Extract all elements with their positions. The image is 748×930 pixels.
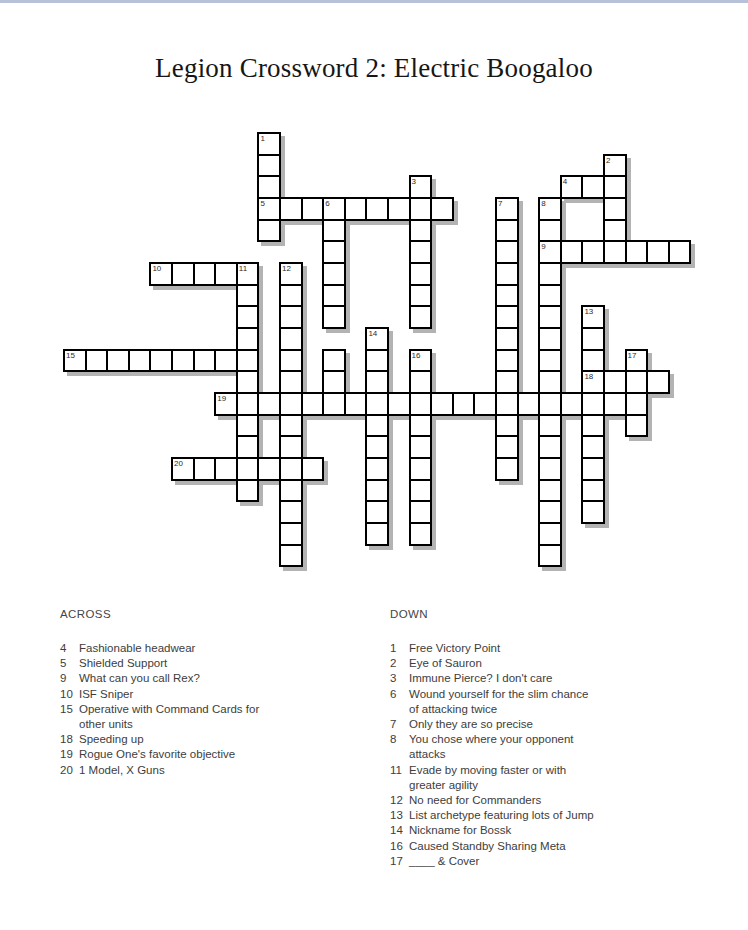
grid-cell-r6-c6[interactable] <box>193 262 217 286</box>
clue-item-down-12: 12No need for Commanders <box>390 793 700 808</box>
grid-cell-r12-c8[interactable] <box>236 392 260 416</box>
clue-item-down-11: 11Evade by moving faster or with greater… <box>390 763 700 793</box>
clue-number: 13 <box>390 808 409 823</box>
grid-cell-r9-c20[interactable] <box>495 327 519 351</box>
grid-cell-r15-c8[interactable] <box>236 457 260 481</box>
grid-cell-r11-c10[interactable] <box>279 370 303 394</box>
grid-cell-r12-c14[interactable] <box>365 392 389 416</box>
clue-number: 16 <box>390 839 409 854</box>
grid-cell-r11-c20[interactable] <box>495 370 519 394</box>
grid-cell-r10-c6[interactable] <box>193 349 217 373</box>
grid-cell-r12-c9[interactable] <box>257 392 281 416</box>
grid-cell-r4-c16[interactable] <box>409 219 433 243</box>
clue-number: 17 <box>390 854 409 869</box>
grid-cell-r15-c16[interactable] <box>409 457 433 481</box>
grid-cell-r12-c10[interactable] <box>279 392 303 416</box>
grid-cell-r19-c22[interactable] <box>538 544 562 568</box>
grid-cell-r17-c24[interactable] <box>581 500 605 524</box>
grid-cell-r14-c20[interactable] <box>495 435 519 459</box>
clue-number: 20 <box>60 763 79 778</box>
cell-number-7: 7 <box>498 199 502 208</box>
down-clues-section: DOWN 1Free Victory Point2Eye of Sauron3I… <box>390 608 700 869</box>
grid-cell-r16-c8[interactable] <box>236 479 260 503</box>
clue-text: Wound yourself for the slim chance of at… <box>409 687 700 717</box>
grid-cell-r13-c20[interactable] <box>495 414 519 438</box>
clue-number: 5 <box>60 656 79 671</box>
cell-number-2: 2 <box>606 156 610 165</box>
clue-item-across-20: 201 Model, X Guns <box>60 763 370 778</box>
grid-cell-r3-c9[interactable]: 5 <box>257 197 281 221</box>
grid-cell-r2-c9[interactable] <box>257 175 281 199</box>
grid-cell-r6-c5[interactable] <box>171 262 195 286</box>
grid-cell-r12-c18[interactable] <box>452 392 476 416</box>
clue-number: 4 <box>60 641 79 656</box>
grid-cell-r15-c6[interactable] <box>193 457 217 481</box>
grid-cell-r11-c12[interactable] <box>322 370 346 394</box>
grid-cell-r10-c7[interactable] <box>214 349 238 373</box>
grid-cell-r11-c27[interactable] <box>646 370 670 394</box>
grid-cell-r9-c14[interactable]: 14 <box>365 327 389 351</box>
clue-item-down-2: 2Eye of Sauron <box>390 656 700 671</box>
grid-cell-r1-c9[interactable] <box>257 154 281 178</box>
clue-text: Shielded Support <box>79 656 370 671</box>
clue-number: 10 <box>60 687 79 702</box>
page-top-border <box>0 0 748 3</box>
grid-cell-r16-c16[interactable] <box>409 479 433 503</box>
grid-cell-r12-c16[interactable] <box>409 392 433 416</box>
clue-number: 3 <box>390 671 409 686</box>
grid-cell-r3-c22[interactable]: 8 <box>538 197 562 221</box>
grid-cell-r15-c9[interactable] <box>257 457 281 481</box>
grid-cell-r6-c4[interactable]: 10 <box>149 262 173 286</box>
clue-number: 15 <box>60 702 79 732</box>
grid-cell-r3-c15[interactable] <box>387 197 411 221</box>
clue-item-down-17: 17____ & Cover <box>390 854 700 869</box>
grid-cell-r8-c10[interactable] <box>279 305 303 329</box>
grid-cell-r7-c10[interactable] <box>279 284 303 308</box>
grid-cell-r9-c8[interactable] <box>236 327 260 351</box>
clue-text: Speeding up <box>79 732 370 747</box>
grid-cell-r11-c16[interactable] <box>409 370 433 394</box>
clue-text: Caused Standby Sharing Meta <box>409 839 700 854</box>
clue-number: 8 <box>390 732 409 762</box>
grid-cell-r6-c16[interactable] <box>409 262 433 286</box>
grid-cell-r12-c21[interactable] <box>517 392 541 416</box>
grid-cell-r6-c12[interactable] <box>322 262 346 286</box>
grid-cell-r11-c14[interactable] <box>365 370 389 394</box>
grid-cell-r12-c11[interactable] <box>301 392 325 416</box>
cell-number-20: 20 <box>174 459 183 468</box>
grid-cell-r12-c25[interactable] <box>603 392 627 416</box>
grid-cell-r15-c7[interactable] <box>214 457 238 481</box>
clue-item-across-15: 15Operative with Command Cards for other… <box>60 702 370 732</box>
grid-cell-r14-c10[interactable] <box>279 435 303 459</box>
clue-text: No need for Commanders <box>409 793 700 808</box>
clue-number: 1 <box>390 641 409 656</box>
cell-number-15: 15 <box>66 351 75 360</box>
clue-item-down-3: 3Immune Pierce? I don't care <box>390 671 700 686</box>
across-clues-section: ACROSS 4Fashionable headwear5Shielded Su… <box>60 608 370 778</box>
grid-cell-r16-c14[interactable] <box>365 479 389 503</box>
grid-cell-r19-c10[interactable] <box>279 544 303 568</box>
grid-cell-r13-c10[interactable] <box>279 414 303 438</box>
grid-cell-r8-c22[interactable] <box>538 305 562 329</box>
grid-cell-r3-c20[interactable]: 7 <box>495 197 519 221</box>
cell-number-17: 17 <box>628 351 637 360</box>
grid-cell-r12-c12[interactable] <box>322 392 346 416</box>
clue-text: Operative with Command Cards for other u… <box>79 702 370 732</box>
grid-cell-r10-c16[interactable]: 16 <box>409 349 433 373</box>
grid-cell-r12-c24[interactable] <box>581 392 605 416</box>
cell-number-18: 18 <box>584 372 593 381</box>
grid-cell-r2-c25[interactable] <box>603 175 627 199</box>
grid-cell-r10-c2[interactable] <box>106 349 130 373</box>
grid-cell-r7-c20[interactable] <box>495 284 519 308</box>
cell-number-10: 10 <box>152 264 161 273</box>
grid-cell-r2-c24[interactable] <box>581 175 605 199</box>
cell-number-9: 9 <box>541 242 545 251</box>
grid-cell-r7-c12[interactable] <box>322 284 346 308</box>
grid-cell-r3-c25[interactable] <box>603 197 627 221</box>
grid-cell-r10-c8[interactable] <box>236 349 260 373</box>
grid-cell-r15-c24[interactable] <box>581 457 605 481</box>
grid-cell-r10-c14[interactable] <box>365 349 389 373</box>
grid-cell-r12-c22[interactable] <box>538 392 562 416</box>
grid-cell-r14-c16[interactable] <box>409 435 433 459</box>
grid-cell-r11-c24[interactable]: 18 <box>581 370 605 394</box>
clue-text: 1 Model, X Guns <box>79 763 370 778</box>
grid-cell-r14-c14[interactable] <box>365 435 389 459</box>
cell-number-13: 13 <box>584 307 593 316</box>
grid-cell-r14-c22[interactable] <box>538 435 562 459</box>
grid-cell-r6-c10[interactable]: 12 <box>279 262 303 286</box>
grid-cell-r18-c10[interactable] <box>279 522 303 546</box>
clue-number: 11 <box>390 763 409 793</box>
grid-cell-r3-c14[interactable] <box>365 197 389 221</box>
grid-cell-r11-c22[interactable] <box>538 370 562 394</box>
grid-cell-r12-c15[interactable] <box>387 392 411 416</box>
grid-cell-r17-c10[interactable] <box>279 500 303 524</box>
clue-text: Fashionable headwear <box>79 641 370 656</box>
clue-text: ____ & Cover <box>409 854 700 869</box>
down-header: DOWN <box>390 608 700 620</box>
grid-cell-r8-c20[interactable] <box>495 305 519 329</box>
grid-cell-r5-c27[interactable] <box>646 240 670 264</box>
grid-cell-r13-c24[interactable] <box>581 414 605 438</box>
grid-cell-r3-c17[interactable] <box>430 197 454 221</box>
grid-cell-r5-c25[interactable] <box>603 240 627 264</box>
grid-cell-r13-c16[interactable] <box>409 414 433 438</box>
grid-cell-r6-c20[interactable] <box>495 262 519 286</box>
grid-cell-r12-c19[interactable] <box>473 392 497 416</box>
clue-text: List archetype featuring lots of Jump <box>409 808 700 823</box>
grid-cell-r5-c24[interactable] <box>581 240 605 264</box>
clue-text: Immune Pierce? I don't care <box>409 671 700 686</box>
grid-cell-r12-c7[interactable]: 19 <box>214 392 238 416</box>
crossword-page: Legion Crossword 2: Electric Boogaloo 12… <box>0 0 748 930</box>
clue-text: What can you call Rex? <box>79 671 370 686</box>
grid-cell-r9-c24[interactable] <box>581 327 605 351</box>
clue-item-across-9: 9What can you call Rex? <box>60 671 370 686</box>
grid-cell-r4-c20[interactable] <box>495 219 519 243</box>
grid-cell-r17-c16[interactable] <box>409 500 433 524</box>
grid-cell-r4-c22[interactable] <box>538 219 562 243</box>
grid-cell-r17-c14[interactable] <box>365 500 389 524</box>
grid-cell-r8-c24[interactable]: 13 <box>581 305 605 329</box>
cell-number-6: 6 <box>325 199 329 208</box>
grid-cell-r15-c10[interactable] <box>279 457 303 481</box>
cell-number-11: 11 <box>239 264 247 273</box>
grid-cell-r10-c26[interactable]: 17 <box>625 349 649 373</box>
grid-cell-r17-c22[interactable] <box>538 500 562 524</box>
grid-cell-r10-c3[interactable] <box>128 349 152 373</box>
clue-item-down-7: 7Only they are so precise <box>390 717 700 732</box>
clue-text: Evade by moving faster or with greater a… <box>409 763 700 793</box>
grid-cell-r12-c13[interactable] <box>344 392 368 416</box>
grid-cell-r15-c20[interactable] <box>495 457 519 481</box>
grid-cell-r6-c22[interactable] <box>538 262 562 286</box>
grid-cell-r8-c8[interactable] <box>236 305 260 329</box>
cell-number-14: 14 <box>368 329 377 338</box>
grid-cell-r10-c12[interactable] <box>322 349 346 373</box>
grid-cell-r6-c8[interactable]: 11 <box>236 262 260 286</box>
grid-cell-r12-c17[interactable] <box>430 392 454 416</box>
clue-number: 7 <box>390 717 409 732</box>
clue-number: 18 <box>60 732 79 747</box>
grid-cell-r4-c12[interactable] <box>322 219 346 243</box>
grid-cell-r4-c9[interactable] <box>257 219 281 243</box>
grid-cell-r15-c11[interactable] <box>301 457 325 481</box>
clue-text: Rogue One's favorite objective <box>79 747 370 762</box>
grid-cell-r13-c14[interactable] <box>365 414 389 438</box>
clue-text: Free Victory Point <box>409 641 700 656</box>
clue-item-across-5: 5Shielded Support <box>60 656 370 671</box>
grid-cell-r7-c8[interactable] <box>236 284 260 308</box>
down-clues-list: 1Free Victory Point2Eye of Sauron3Immune… <box>390 641 700 869</box>
grid-cell-r9-c10[interactable] <box>279 327 303 351</box>
grid-cell-r9-c22[interactable] <box>538 327 562 351</box>
grid-cell-r11-c26[interactable] <box>625 370 649 394</box>
clue-item-down-13: 13List archetype featuring lots of Jump <box>390 808 700 823</box>
grid-cell-r5-c12[interactable] <box>322 240 346 264</box>
grid-cell-r18-c14[interactable] <box>365 522 389 546</box>
grid-cell-r2-c16[interactable]: 3 <box>409 175 433 199</box>
grid-cell-r3-c10[interactable] <box>279 197 303 221</box>
grid-cell-r11-c8[interactable] <box>236 370 260 394</box>
cell-number-1: 1 <box>260 134 264 143</box>
clue-item-across-19: 19Rogue One's favorite objective <box>60 747 370 762</box>
grid-cell-r16-c22[interactable] <box>538 479 562 503</box>
clue-number: 14 <box>390 823 409 838</box>
grid-cell-r12-c23[interactable] <box>560 392 584 416</box>
grid-cell-r3-c11[interactable] <box>301 197 325 221</box>
cell-number-19: 19 <box>217 394 226 403</box>
grid-cell-r18-c16[interactable] <box>409 522 433 546</box>
cell-number-8: 8 <box>541 199 545 208</box>
grid-cell-r14-c8[interactable] <box>236 435 260 459</box>
clue-item-across-4: 4Fashionable headwear <box>60 641 370 656</box>
grid-cell-r10-c5[interactable] <box>171 349 195 373</box>
grid-cell-r5-c20[interactable] <box>495 240 519 264</box>
grid-cell-r10-c22[interactable] <box>538 349 562 373</box>
grid-cell-r5-c16[interactable] <box>409 240 433 264</box>
clue-number: 6 <box>390 687 409 717</box>
grid-cell-r10-c4[interactable] <box>149 349 173 373</box>
grid-cell-r18-c22[interactable] <box>538 522 562 546</box>
grid-cell-r10-c10[interactable] <box>279 349 303 373</box>
clue-number: 2 <box>390 656 409 671</box>
grid-cell-r15-c5[interactable]: 20 <box>171 457 195 481</box>
grid-cell-r16-c24[interactable] <box>581 479 605 503</box>
grid-cell-r5-c26[interactable] <box>625 240 649 264</box>
grid-cell-r8-c16[interactable] <box>409 305 433 329</box>
grid-cell-r6-c7[interactable] <box>214 262 238 286</box>
grid-cell-r12-c26[interactable] <box>625 392 649 416</box>
clue-item-down-14: 14Nickname for Bossk <box>390 823 700 838</box>
clue-item-down-6: 6Wound yourself for the slim chance of a… <box>390 687 700 717</box>
grid-cell-r13-c22[interactable] <box>538 414 562 438</box>
clue-number: 19 <box>60 747 79 762</box>
clue-number: 12 <box>390 793 409 808</box>
cell-number-4: 4 <box>563 177 567 186</box>
grid-cell-r10-c20[interactable] <box>495 349 519 373</box>
page-title: Legion Crossword 2: Electric Boogaloo <box>0 53 748 84</box>
grid-cell-r2-c23[interactable]: 4 <box>560 175 584 199</box>
grid-cell-r7-c22[interactable] <box>538 284 562 308</box>
across-clues-list: 4Fashionable headwear5Shielded Support9W… <box>60 641 370 778</box>
grid-cell-r11-c25[interactable] <box>603 370 627 394</box>
grid-cell-r7-c16[interactable] <box>409 284 433 308</box>
clue-item-down-16: 16Caused Standby Sharing Meta <box>390 839 700 854</box>
crossword-grid: 1234567891011121314151617181920 <box>63 132 723 577</box>
clue-text: Only they are so precise <box>409 717 700 732</box>
clue-text: Nickname for Bossk <box>409 823 700 838</box>
grid-cell-r10-c0[interactable]: 15 <box>63 349 87 373</box>
grid-cell-r13-c26[interactable] <box>625 414 649 438</box>
grid-cell-r14-c24[interactable] <box>581 435 605 459</box>
clue-item-down-8: 8You chose where your opponent attacks <box>390 732 700 762</box>
grid-cell-r15-c22[interactable] <box>538 457 562 481</box>
grid-cell-r3-c13[interactable] <box>344 197 368 221</box>
grid-cell-r10-c24[interactable] <box>581 349 605 373</box>
grid-cell-r3-c16[interactable] <box>409 197 433 221</box>
grid-cell-r12-c20[interactable] <box>495 392 519 416</box>
across-header: ACROSS <box>60 608 370 620</box>
grid-cell-r15-c14[interactable] <box>365 457 389 481</box>
grid-cell-r5-c23[interactable] <box>560 240 584 264</box>
clue-item-down-1: 1Free Victory Point <box>390 641 700 656</box>
cell-number-3: 3 <box>412 177 416 186</box>
grid-cell-r13-c8[interactable] <box>236 414 260 438</box>
grid-cell-r3-c12[interactable]: 6 <box>322 197 346 221</box>
grid-cell-r5-c28[interactable] <box>668 240 692 264</box>
cell-number-12: 12 <box>282 264 291 273</box>
grid-cell-r8-c12[interactable] <box>322 305 346 329</box>
clue-item-across-18: 18Speeding up <box>60 732 370 747</box>
clue-number: 9 <box>60 671 79 686</box>
grid-cell-r5-c22[interactable]: 9 <box>538 240 562 264</box>
clue-text: You chose where your opponent attacks <box>409 732 700 762</box>
clue-item-across-10: 10ISF Sniper <box>60 687 370 702</box>
clue-text: ISF Sniper <box>79 687 370 702</box>
clue-text: Eye of Sauron <box>409 656 700 671</box>
cell-number-16: 16 <box>412 351 421 360</box>
grid-cell-r16-c10[interactable] <box>279 479 303 503</box>
cell-number-5: 5 <box>260 199 264 208</box>
grid-cell-r10-c1[interactable] <box>85 349 109 373</box>
grid-cell-r1-c25[interactable]: 2 <box>603 154 627 178</box>
grid-cell-r4-c25[interactable] <box>603 219 627 243</box>
grid-cell-r0-c9[interactable]: 1 <box>257 132 281 156</box>
